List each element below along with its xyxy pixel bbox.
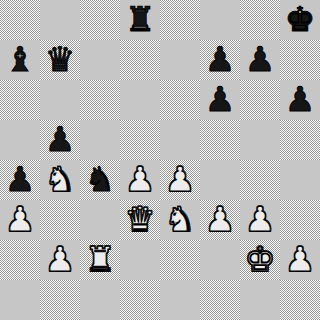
black-bishop-a7-piece[interactable]: ♝ bbox=[5, 39, 35, 79]
black-pawn-b5-piece[interactable]: ♟ bbox=[45, 119, 75, 159]
square-f4[interactable] bbox=[200, 160, 240, 200]
white-pawn-d4-piece[interactable]: ♟ bbox=[125, 159, 155, 199]
square-h7[interactable] bbox=[280, 40, 320, 80]
square-b6[interactable] bbox=[40, 80, 80, 120]
white-pawn-h2-piece[interactable]: ♟ bbox=[285, 239, 315, 279]
square-f6[interactable]: ♟ bbox=[200, 80, 240, 120]
square-a4[interactable]: ♟ bbox=[0, 160, 40, 200]
square-e4[interactable]: ♟ bbox=[160, 160, 200, 200]
square-f1[interactable] bbox=[200, 280, 240, 320]
black-pawn-g7-piece[interactable]: ♟ bbox=[245, 39, 275, 79]
square-c7[interactable] bbox=[80, 40, 120, 80]
square-e6[interactable] bbox=[160, 80, 200, 120]
square-h6[interactable]: ♟ bbox=[280, 80, 320, 120]
square-f3[interactable]: ♟ bbox=[200, 200, 240, 240]
square-g8[interactable] bbox=[240, 0, 280, 40]
square-g7[interactable]: ♟ bbox=[240, 40, 280, 80]
white-pawn-a3-piece[interactable]: ♟ bbox=[5, 199, 35, 239]
square-d8[interactable]: ♜ bbox=[120, 0, 160, 40]
square-d4[interactable]: ♟ bbox=[120, 160, 160, 200]
square-c3[interactable] bbox=[80, 200, 120, 240]
square-h4[interactable] bbox=[280, 160, 320, 200]
square-b2[interactable]: ♟ bbox=[40, 240, 80, 280]
black-rook-d8-piece[interactable]: ♜ bbox=[125, 0, 155, 39]
square-d7[interactable] bbox=[120, 40, 160, 80]
square-f2[interactable] bbox=[200, 240, 240, 280]
square-a2[interactable] bbox=[0, 240, 40, 280]
square-d2[interactable] bbox=[120, 240, 160, 280]
square-a1[interactable] bbox=[0, 280, 40, 320]
black-pawn-a4-piece[interactable]: ♟ bbox=[5, 159, 35, 199]
square-e2[interactable] bbox=[160, 240, 200, 280]
square-e7[interactable] bbox=[160, 40, 200, 80]
white-pawn-f3-piece[interactable]: ♟ bbox=[205, 199, 235, 239]
black-queen-b7-piece[interactable]: ♛ bbox=[45, 39, 75, 79]
square-h3[interactable] bbox=[280, 200, 320, 240]
white-queen-d3-piece[interactable]: ♛ bbox=[125, 199, 155, 239]
black-pawn-f7-piece[interactable]: ♟ bbox=[205, 39, 235, 79]
square-d5[interactable] bbox=[120, 120, 160, 160]
white-pawn-e4-piece[interactable]: ♟ bbox=[165, 159, 195, 199]
square-b8[interactable] bbox=[40, 0, 80, 40]
square-c1[interactable] bbox=[80, 280, 120, 320]
white-rook-c2-piece[interactable]: ♜ bbox=[85, 239, 115, 279]
black-pawn-h6-piece[interactable]: ♟ bbox=[285, 79, 315, 119]
square-d3[interactable]: ♛ bbox=[120, 200, 160, 240]
square-h2[interactable]: ♟ bbox=[280, 240, 320, 280]
white-pawn-g3-piece[interactable]: ♟ bbox=[245, 199, 275, 239]
square-d1[interactable] bbox=[120, 280, 160, 320]
square-b5[interactable]: ♟ bbox=[40, 120, 80, 160]
square-e1[interactable] bbox=[160, 280, 200, 320]
square-h5[interactable] bbox=[280, 120, 320, 160]
square-a6[interactable] bbox=[0, 80, 40, 120]
square-a8[interactable] bbox=[0, 0, 40, 40]
square-e8[interactable] bbox=[160, 0, 200, 40]
square-e3[interactable]: ♞ bbox=[160, 200, 200, 240]
square-b7[interactable]: ♛ bbox=[40, 40, 80, 80]
square-g4[interactable] bbox=[240, 160, 280, 200]
square-g2[interactable]: ♚ bbox=[240, 240, 280, 280]
black-knight-c4-piece[interactable]: ♞ bbox=[85, 159, 115, 199]
square-a7[interactable]: ♝ bbox=[0, 40, 40, 80]
square-g6[interactable] bbox=[240, 80, 280, 120]
square-b4[interactable]: ♞ bbox=[40, 160, 80, 200]
white-king-g2-piece[interactable]: ♚ bbox=[245, 239, 275, 279]
square-a3[interactable]: ♟ bbox=[0, 200, 40, 240]
square-g1[interactable] bbox=[240, 280, 280, 320]
square-g3[interactable]: ♟ bbox=[240, 200, 280, 240]
square-g5[interactable] bbox=[240, 120, 280, 160]
square-f7[interactable]: ♟ bbox=[200, 40, 240, 80]
square-f5[interactable] bbox=[200, 120, 240, 160]
chess-board: ♜♚♝♛♟♟♟♟♟♟♞♞♟♟♟♛♞♟♟♟♜♚♟ bbox=[0, 0, 320, 320]
square-c8[interactable] bbox=[80, 0, 120, 40]
white-pawn-b2-piece[interactable]: ♟ bbox=[45, 239, 75, 279]
square-c6[interactable] bbox=[80, 80, 120, 120]
square-c5[interactable] bbox=[80, 120, 120, 160]
white-knight-e3-piece[interactable]: ♞ bbox=[165, 199, 195, 239]
square-e5[interactable] bbox=[160, 120, 200, 160]
square-b3[interactable] bbox=[40, 200, 80, 240]
square-c2[interactable]: ♜ bbox=[80, 240, 120, 280]
square-h1[interactable] bbox=[280, 280, 320, 320]
square-b1[interactable] bbox=[40, 280, 80, 320]
white-knight-b4-piece[interactable]: ♞ bbox=[45, 159, 75, 199]
square-a5[interactable] bbox=[0, 120, 40, 160]
square-h8[interactable]: ♚ bbox=[280, 0, 320, 40]
square-d6[interactable] bbox=[120, 80, 160, 120]
square-c4[interactable]: ♞ bbox=[80, 160, 120, 200]
black-king-h8-piece[interactable]: ♚ bbox=[285, 0, 315, 39]
black-pawn-f6-piece[interactable]: ♟ bbox=[205, 79, 235, 119]
square-f8[interactable] bbox=[200, 0, 240, 40]
